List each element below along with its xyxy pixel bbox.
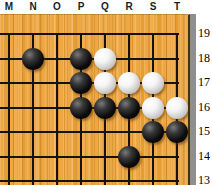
white-stone[interactable] bbox=[142, 97, 164, 119]
black-stone[interactable] bbox=[118, 97, 140, 119]
row-label: 13 bbox=[196, 173, 212, 185]
column-label: S bbox=[145, 0, 161, 13]
black-stone[interactable] bbox=[22, 48, 44, 70]
white-stone[interactable] bbox=[142, 72, 164, 94]
grid-line-vertical bbox=[56, 34, 58, 185]
row-label: 17 bbox=[196, 75, 212, 89]
column-label: T bbox=[169, 0, 185, 13]
black-stone[interactable] bbox=[94, 97, 116, 119]
black-stone[interactable] bbox=[70, 97, 92, 119]
row-label: 18 bbox=[196, 51, 212, 65]
go-board[interactable] bbox=[0, 14, 190, 185]
column-label: N bbox=[25, 0, 41, 13]
black-stone[interactable] bbox=[70, 48, 92, 70]
column-label: M bbox=[1, 0, 17, 13]
column-label: O bbox=[49, 0, 65, 13]
column-labels: MNOPQRST bbox=[0, 0, 190, 14]
black-stone[interactable] bbox=[118, 146, 140, 168]
row-label: 15 bbox=[196, 124, 212, 138]
white-stone[interactable] bbox=[118, 72, 140, 94]
column-label: P bbox=[73, 0, 89, 13]
white-stone[interactable] bbox=[94, 48, 116, 70]
white-stone[interactable] bbox=[166, 97, 188, 119]
row-label: 19 bbox=[196, 26, 212, 40]
go-board-screenshot: MNOPQRST 19181716151413 bbox=[0, 0, 212, 185]
black-stone[interactable] bbox=[166, 121, 188, 143]
column-label: R bbox=[121, 0, 137, 13]
row-label: 14 bbox=[196, 149, 212, 163]
row-labels: 19181716151413 bbox=[196, 0, 212, 185]
column-label: Q bbox=[97, 0, 113, 13]
black-stone[interactable] bbox=[142, 121, 164, 143]
white-stone[interactable] bbox=[94, 72, 116, 94]
black-stone[interactable] bbox=[70, 72, 92, 94]
row-label: 16 bbox=[196, 100, 212, 114]
grid-line-vertical bbox=[8, 34, 10, 185]
